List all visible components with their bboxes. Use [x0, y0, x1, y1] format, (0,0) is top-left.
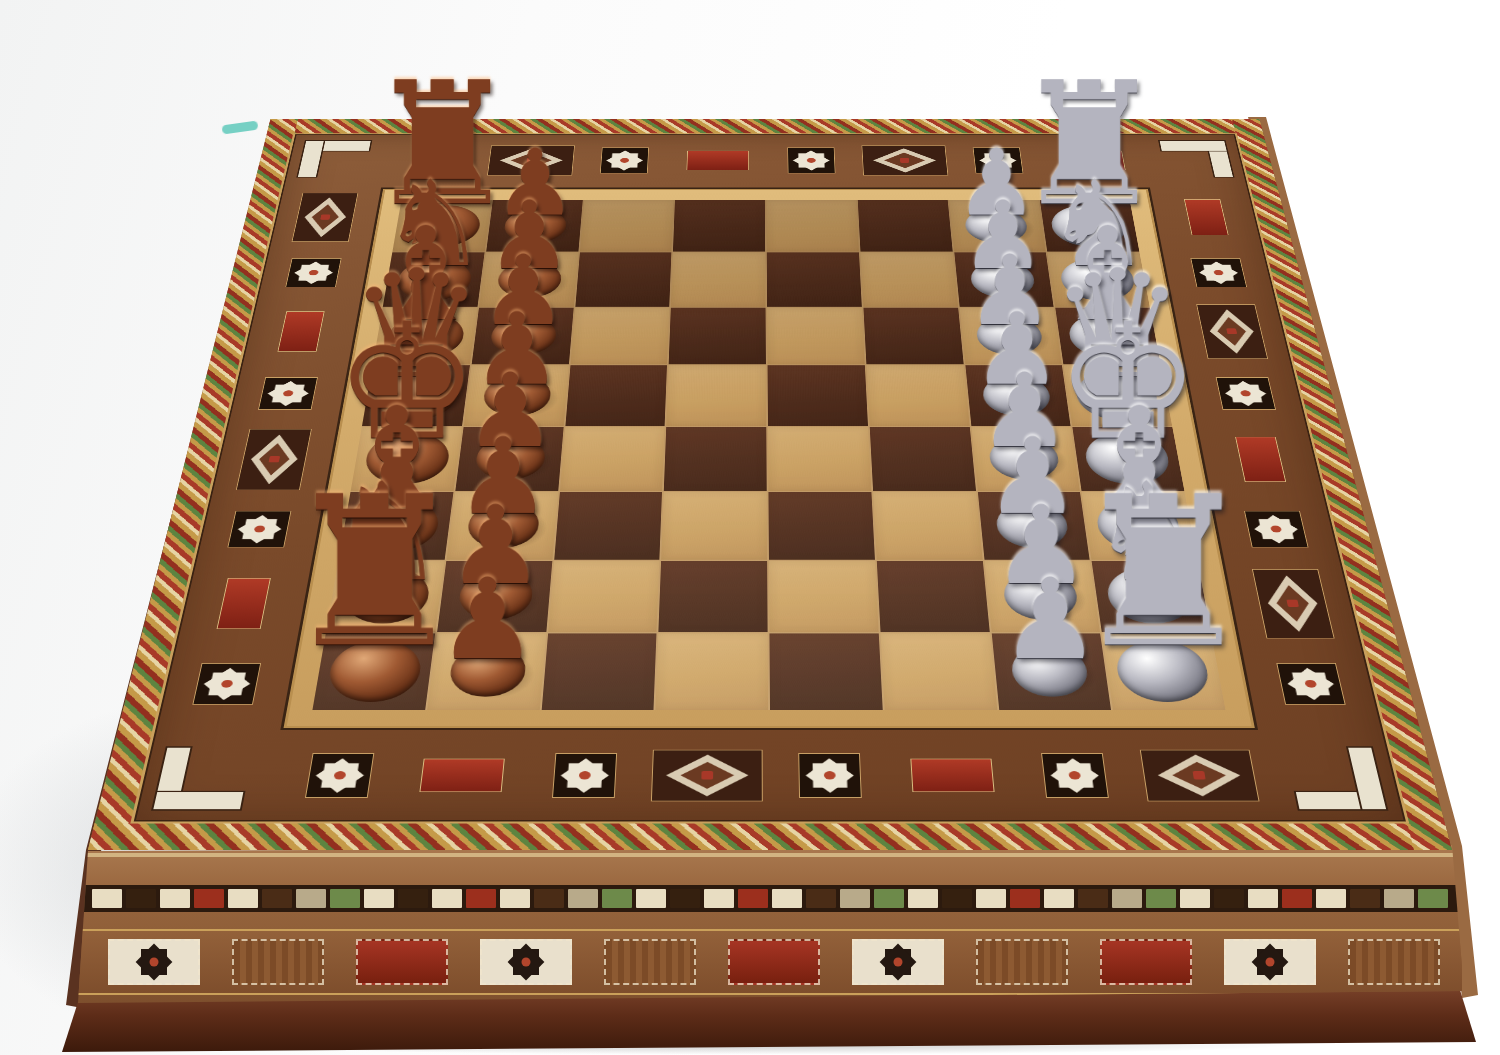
mosaic-star-motif [600, 147, 649, 173]
mosaic-red-rectangle-motif [419, 759, 504, 793]
mosaic-star-motif [285, 258, 341, 287]
mosaic-star-motif [412, 147, 464, 173]
perspective-scene: ♜♞♝♛♚♝♞♜♟♟♟♟♟♟♟♟♟♟♟♟♟♟♟♟♜♞♝♛♚♝♞♜ [0, 0, 1500, 1055]
mosaic-red-rectangle-motif [1060, 151, 1126, 170]
mosaic-diamond-motif [862, 145, 949, 175]
mosaic-star-motif [258, 377, 318, 409]
mosaic-red-rectangle-motif [277, 311, 324, 351]
mosaic-diamond-motif [292, 193, 359, 242]
mosaic-diamond-motif [1140, 750, 1260, 802]
mosaic-star-motif [1244, 511, 1308, 548]
silver-rook-glyph: ♜ [1070, 468, 1256, 675]
mosaic-diamond-motif [236, 429, 312, 490]
mosaic-star-motif [192, 663, 261, 705]
mosaic-star-motif [1041, 753, 1109, 798]
rope-trim-near [88, 822, 1452, 850]
mosaic-star-motif [798, 753, 862, 798]
mosaic-star-motif [1216, 377, 1276, 409]
mosaic-star-motif [305, 753, 374, 798]
mosaic-diamond-motif [651, 750, 763, 802]
product-photo-stage: ♜♞♝♛♚♝♞♜♟♟♟♟♟♟♟♟♟♟♟♟♟♟♟♟♜♞♝♛♚♝♞♜ [0, 0, 1500, 1055]
mosaic-corner-L-motif [139, 734, 273, 818]
board-top-surface: ♜♞♝♛♚♝♞♜♟♟♟♟♟♟♟♟♟♟♟♟♟♟♟♟♜♞♝♛♚♝♞♜ [88, 119, 1452, 850]
mosaic-diamond-motif [487, 145, 575, 175]
mosaic-corner-L-motif [287, 136, 386, 185]
mosaic-corner-L-motif [1265, 734, 1400, 818]
mosaic-star-motif [552, 753, 617, 798]
mosaic-corner-L-motif [1144, 136, 1244, 185]
mosaic-star-motif [1190, 258, 1247, 287]
mosaic-star-motif [973, 147, 1024, 173]
mosaic-star-motif [787, 147, 835, 173]
copper-pawn-glyph: ♟ [437, 564, 538, 676]
mosaic-red-rectangle-motif [687, 151, 750, 170]
mosaic-star-motif [227, 511, 291, 548]
mosaic-red-rectangle-motif [910, 759, 994, 793]
mosaic-star-motif [1276, 663, 1345, 705]
